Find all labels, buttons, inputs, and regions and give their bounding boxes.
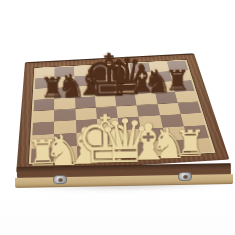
square	[143, 141, 168, 156]
metal-latch-right-icon	[178, 172, 192, 181]
square	[121, 142, 145, 157]
square	[99, 143, 123, 158]
square	[31, 147, 54, 162]
pieces-layer: ♜♞♝♚♛♝♞♜♜♞♝♚♛♝♞♜	[0, 0, 233, 2]
square	[76, 145, 99, 160]
board-playing-area	[29, 60, 216, 165]
chess-scene: ♜♞♝♚♛♝♞♜♜♞♝♚♛♝♞♜	[0, 0, 235, 235]
metal-latch-left-icon	[53, 175, 67, 184]
square	[54, 146, 77, 161]
square	[187, 138, 213, 153]
board-grid	[31, 61, 213, 163]
chess-board	[16, 53, 229, 173]
product-photo-chess-set: ♜♞♝♚♛♝♞♜♜♞♝♚♛♝♞♜	[0, 0, 235, 235]
